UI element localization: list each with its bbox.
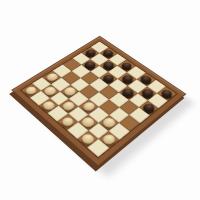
board-scene xyxy=(0,0,200,200)
board-grid xyxy=(21,41,177,157)
checkers-board xyxy=(11,36,186,167)
photo-background xyxy=(0,0,200,200)
